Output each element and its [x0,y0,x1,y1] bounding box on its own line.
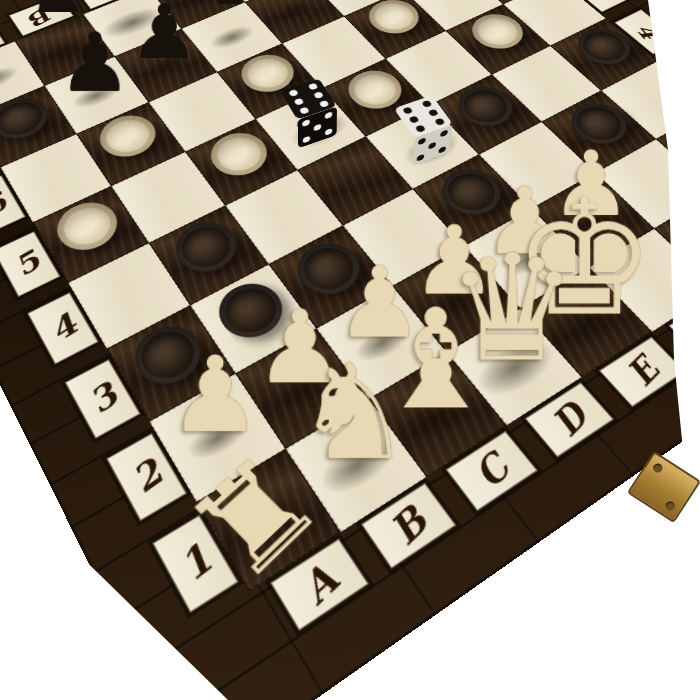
photo-scene: AABBCCDDEEFFGGHH1122334455667788♜♞♝♛♚♟♟♟… [0,0,700,700]
black-pawn-b7[interactable]: ♟ [58,22,131,103]
white-knight-b1[interactable]: ♞ [295,346,414,478]
black-rook-a8[interactable]: ♜ [0,5,29,87]
black-pawn-c7[interactable]: ♟ [129,0,200,74]
chess-board: AABBCCDDEEFFGGHH1122334455667788♜♞♝♛♚♟♟♟… [0,0,700,700]
file-label-d-bottom: D [525,382,614,457]
